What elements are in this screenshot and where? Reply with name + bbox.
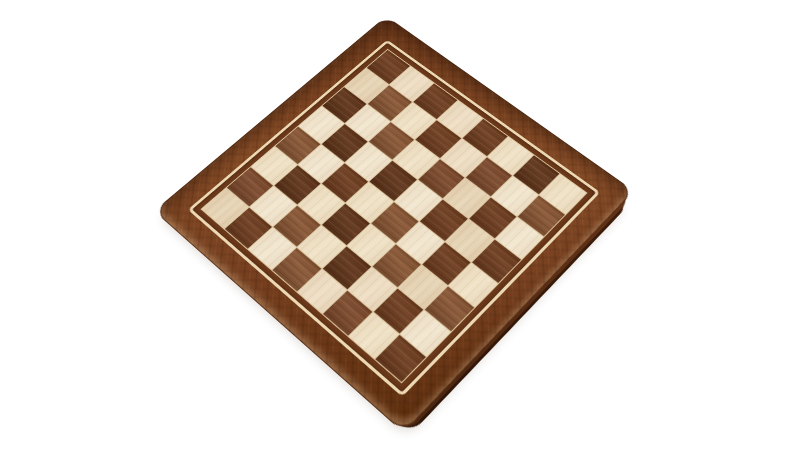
board-frame [154,16,634,433]
board-top-layer [217,24,571,378]
chessboard [217,24,571,378]
playing-field [200,49,587,384]
product-photo-background [0,0,802,451]
